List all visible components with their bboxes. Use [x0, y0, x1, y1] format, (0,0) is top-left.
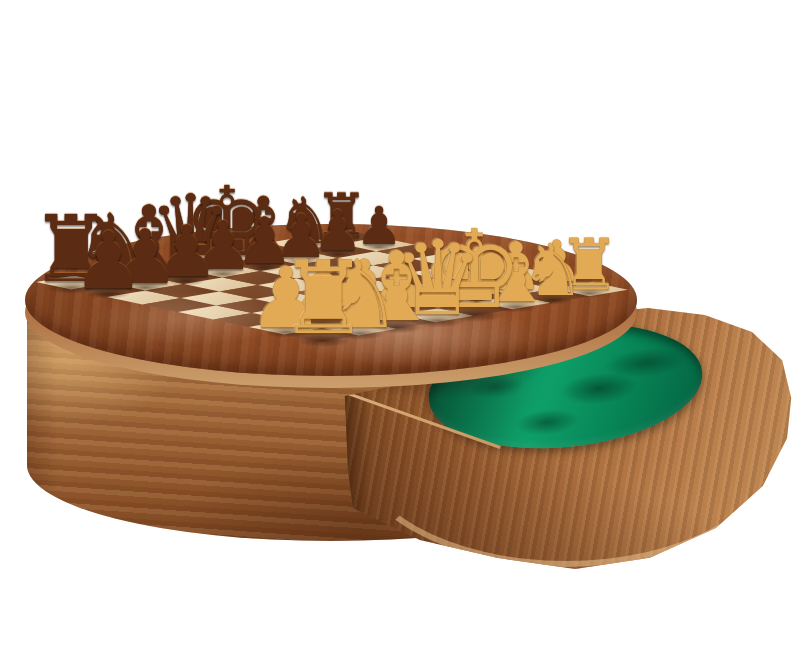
chess-set-photo: ♜♞♝♛♚♝♞♜♟♟♟♟♟♟♟♟♟♟♟♟♟♟♟♟♜♞♝♛♚♝♞♜: [0, 0, 800, 667]
